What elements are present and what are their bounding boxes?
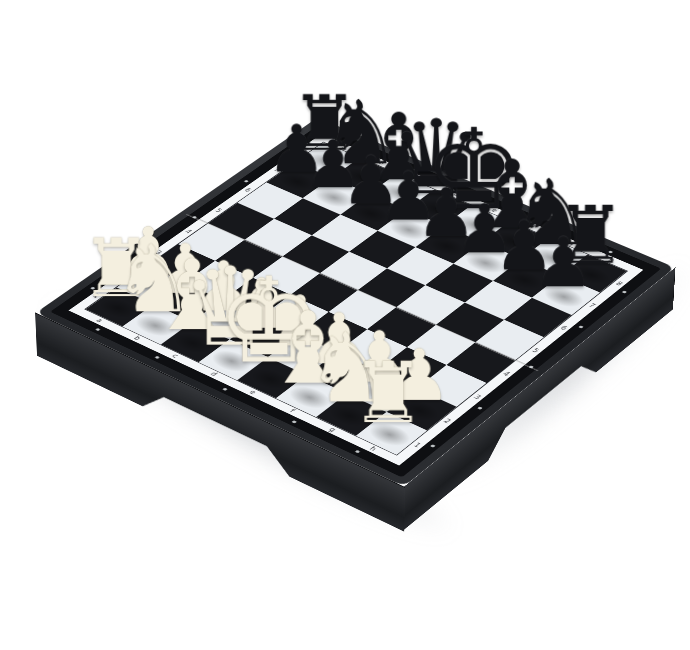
piece-white-rook: ♜︎	[279, 351, 498, 435]
product-photo-stage: abcdefgh abcdefgh 87654321 87654321 ♜︎♞︎…	[0, 0, 690, 650]
piece-black-pawn: ♟︎	[459, 229, 668, 297]
scene: abcdefgh abcdefgh 87654321 87654321 ♜︎♞︎…	[0, 0, 690, 650]
board-face: abcdefgh abcdefgh 87654321 87654321 ♜︎♞︎…	[36, 117, 675, 486]
board-grid: ♜︎♞︎♝︎♛︎♚︎♝︎♞︎♜︎♟︎♟︎♟︎♟︎♟︎♟︎♟︎♟︎♟︎♟︎♟︎♟︎…	[84, 142, 628, 456]
chess-board: abcdefgh abcdefgh 87654321 87654321 ♜︎♞︎…	[36, 117, 675, 486]
